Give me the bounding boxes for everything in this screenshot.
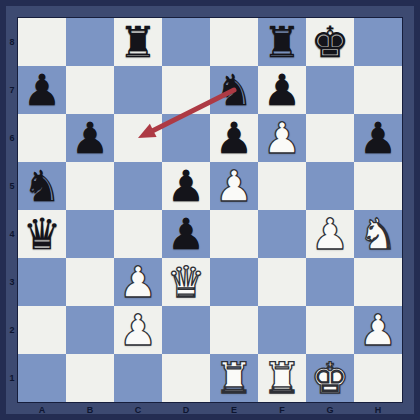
square-g3[interactable]: [306, 258, 354, 306]
square-a3[interactable]: [18, 258, 66, 306]
white-pawn-f6[interactable]: ♟: [258, 114, 306, 162]
rank-labels: 87654321: [6, 18, 18, 402]
black-pawn-e6[interactable]: ♟: [210, 114, 258, 162]
square-e4[interactable]: [210, 210, 258, 258]
square-b5[interactable]: [66, 162, 114, 210]
black-pawn-a7[interactable]: ♟: [18, 66, 66, 114]
square-g6[interactable]: [306, 114, 354, 162]
square-b3[interactable]: [66, 258, 114, 306]
square-d4[interactable]: ♟: [162, 210, 210, 258]
square-e5[interactable]: ♟: [210, 162, 258, 210]
square-f6[interactable]: ♟: [258, 114, 306, 162]
square-d2[interactable]: [162, 306, 210, 354]
white-knight-h4[interactable]: ♞: [354, 210, 402, 258]
square-b4[interactable]: [66, 210, 114, 258]
black-queen-a4[interactable]: ♛: [18, 210, 66, 258]
white-pawn-e5[interactable]: ♟: [210, 162, 258, 210]
chess-diagram: 87654321 ABCDEFGH ♜♜♚♟♞♟♟♟♟♟♞♟♟♛♟♟♞♟♛♟♟♜…: [0, 0, 420, 420]
square-b6[interactable]: ♟: [66, 114, 114, 162]
square-a2[interactable]: [18, 306, 66, 354]
square-h6[interactable]: ♟: [354, 114, 402, 162]
file-label-e: E: [210, 402, 258, 417]
rank-label-2: 2: [6, 306, 18, 354]
square-a5[interactable]: ♞: [18, 162, 66, 210]
square-c4[interactable]: [114, 210, 162, 258]
white-queen-d3[interactable]: ♛: [162, 258, 210, 306]
square-c2[interactable]: ♟: [114, 306, 162, 354]
square-f4[interactable]: [258, 210, 306, 258]
square-b1[interactable]: [66, 354, 114, 402]
file-label-d: D: [162, 402, 210, 417]
square-a4[interactable]: ♛: [18, 210, 66, 258]
square-g2[interactable]: [306, 306, 354, 354]
rank-label-8: 8: [6, 18, 18, 66]
square-c7[interactable]: [114, 66, 162, 114]
square-f7[interactable]: ♟: [258, 66, 306, 114]
square-c8[interactable]: ♜: [114, 18, 162, 66]
rank-label-4: 4: [6, 210, 18, 258]
square-b2[interactable]: [66, 306, 114, 354]
square-g5[interactable]: [306, 162, 354, 210]
white-pawn-g4[interactable]: ♟: [306, 210, 354, 258]
rank-label-3: 3: [6, 258, 18, 306]
white-pawn-c3[interactable]: ♟: [114, 258, 162, 306]
file-label-h: H: [354, 402, 402, 417]
white-pawn-c2[interactable]: ♟: [114, 306, 162, 354]
square-a1[interactable]: [18, 354, 66, 402]
black-knight-e7[interactable]: ♞: [210, 66, 258, 114]
square-h3[interactable]: [354, 258, 402, 306]
white-rook-f1[interactable]: ♜: [258, 354, 306, 402]
square-f5[interactable]: [258, 162, 306, 210]
square-f3[interactable]: [258, 258, 306, 306]
square-f8[interactable]: ♜: [258, 18, 306, 66]
square-d6[interactable]: [162, 114, 210, 162]
rank-label-7: 7: [6, 66, 18, 114]
black-rook-f8[interactable]: ♜: [258, 18, 306, 66]
white-king-g1[interactable]: ♚: [306, 354, 354, 402]
file-label-f: F: [258, 402, 306, 417]
square-a7[interactable]: ♟: [18, 66, 66, 114]
square-e6[interactable]: ♟: [210, 114, 258, 162]
square-f2[interactable]: [258, 306, 306, 354]
rank-label-1: 1: [6, 354, 18, 402]
square-g8[interactable]: ♚: [306, 18, 354, 66]
square-f1[interactable]: ♜: [258, 354, 306, 402]
square-d3[interactable]: ♛: [162, 258, 210, 306]
square-g4[interactable]: ♟: [306, 210, 354, 258]
black-pawn-h6[interactable]: ♟: [354, 114, 402, 162]
square-c6[interactable]: [114, 114, 162, 162]
black-knight-a5[interactable]: ♞: [18, 162, 66, 210]
black-pawn-d4[interactable]: ♟: [162, 210, 210, 258]
chess-board: ♜♜♚♟♞♟♟♟♟♟♞♟♟♛♟♟♞♟♛♟♟♜♜♚: [18, 18, 402, 402]
square-d1[interactable]: [162, 354, 210, 402]
square-a8[interactable]: [18, 18, 66, 66]
rank-label-6: 6: [6, 114, 18, 162]
square-h2[interactable]: ♟: [354, 306, 402, 354]
square-e7[interactable]: ♞: [210, 66, 258, 114]
file-label-a: A: [18, 402, 66, 417]
square-g1[interactable]: ♚: [306, 354, 354, 402]
square-e3[interactable]: [210, 258, 258, 306]
file-labels: ABCDEFGH: [18, 402, 402, 417]
square-c3[interactable]: ♟: [114, 258, 162, 306]
file-label-c: C: [114, 402, 162, 417]
square-h5[interactable]: [354, 162, 402, 210]
file-label-b: B: [66, 402, 114, 417]
square-g7[interactable]: [306, 66, 354, 114]
square-h4[interactable]: ♞: [354, 210, 402, 258]
black-rook-c8[interactable]: ♜: [114, 18, 162, 66]
square-c1[interactable]: [114, 354, 162, 402]
black-pawn-d5[interactable]: ♟: [162, 162, 210, 210]
black-king-g8[interactable]: ♚: [306, 18, 354, 66]
square-d7[interactable]: [162, 66, 210, 114]
square-b7[interactable]: [66, 66, 114, 114]
square-e1[interactable]: ♜: [210, 354, 258, 402]
rank-label-5: 5: [6, 162, 18, 210]
white-pawn-h2[interactable]: ♟: [354, 306, 402, 354]
square-a6[interactable]: [18, 114, 66, 162]
square-c5[interactable]: [114, 162, 162, 210]
square-h7[interactable]: [354, 66, 402, 114]
square-d8[interactable]: [162, 18, 210, 66]
black-pawn-b6[interactable]: ♟: [66, 114, 114, 162]
square-b8[interactable]: [66, 18, 114, 66]
white-rook-e1[interactable]: ♜: [210, 354, 258, 402]
square-d5[interactable]: ♟: [162, 162, 210, 210]
square-e2[interactable]: [210, 306, 258, 354]
square-h1[interactable]: [354, 354, 402, 402]
black-pawn-f7[interactable]: ♟: [258, 66, 306, 114]
square-h8[interactable]: [354, 18, 402, 66]
file-label-g: G: [306, 402, 354, 417]
square-e8[interactable]: [210, 18, 258, 66]
